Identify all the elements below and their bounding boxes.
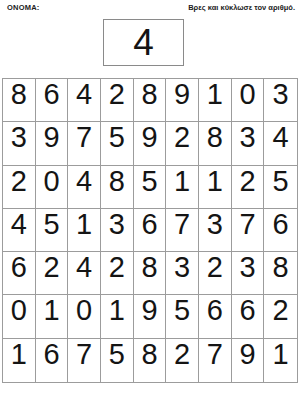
grid-cell-r5c7[interactable]: 2: [199, 252, 232, 295]
number-grid: 8642891033975928342048511254513673766242…: [2, 78, 298, 383]
grid-cell-r5c3[interactable]: 4: [68, 252, 101, 295]
grid-cell-r2c7[interactable]: 8: [199, 122, 232, 165]
grid-cell-r3c1[interactable]: 2: [3, 166, 36, 209]
grid-cell-r4c4[interactable]: 3: [101, 209, 134, 252]
grid-cell-r6c7[interactable]: 6: [199, 295, 232, 338]
grid-cell-r2c4[interactable]: 5: [101, 122, 134, 165]
name-label: ΟΝΟΜΑ:: [7, 3, 39, 12]
grid-cell-r7c2[interactable]: 6: [36, 339, 69, 382]
grid-cell-r2c8[interactable]: 3: [232, 122, 265, 165]
grid-cell-r2c9[interactable]: 4: [264, 122, 297, 165]
grid-cell-r1c1[interactable]: 8: [3, 79, 36, 122]
grid-cell-r4c2[interactable]: 5: [36, 209, 69, 252]
grid-cell-r2c1[interactable]: 3: [3, 122, 36, 165]
grid-cell-r5c2[interactable]: 2: [36, 252, 69, 295]
grid-cell-r7c5[interactable]: 8: [134, 339, 167, 382]
grid-cell-r4c7[interactable]: 3: [199, 209, 232, 252]
grid-cell-r6c8[interactable]: 6: [232, 295, 265, 338]
grid-cell-r1c7[interactable]: 1: [199, 79, 232, 122]
target-number-box: 4: [103, 19, 184, 66]
grid-cell-r2c3[interactable]: 7: [68, 122, 101, 165]
grid-cell-r6c5[interactable]: 9: [134, 295, 167, 338]
grid-cell-r4c6[interactable]: 7: [166, 209, 199, 252]
grid-cell-r1c6[interactable]: 9: [166, 79, 199, 122]
grid-cell-r3c5[interactable]: 5: [134, 166, 167, 209]
grid-cell-r4c5[interactable]: 6: [134, 209, 167, 252]
grid-cell-r4c1[interactable]: 4: [3, 209, 36, 252]
grid-cell-r7c9[interactable]: 1: [264, 339, 297, 382]
grid-cell-r7c7[interactable]: 7: [199, 339, 232, 382]
grid-cell-r6c9[interactable]: 2: [264, 295, 297, 338]
grid-cell-r1c4[interactable]: 2: [101, 79, 134, 122]
grid-cell-r6c1[interactable]: 0: [3, 295, 36, 338]
grid-cell-r3c8[interactable]: 2: [232, 166, 265, 209]
grid-cell-r7c1[interactable]: 1: [3, 339, 36, 382]
grid-cell-r3c2[interactable]: 0: [36, 166, 69, 209]
grid-cell-r4c3[interactable]: 1: [68, 209, 101, 252]
grid-cell-r3c3[interactable]: 4: [68, 166, 101, 209]
grid-cell-r7c8[interactable]: 9: [232, 339, 265, 382]
grid-cell-r6c4[interactable]: 1: [101, 295, 134, 338]
grid-cell-r5c9[interactable]: 8: [264, 252, 297, 295]
grid-cell-r2c6[interactable]: 2: [166, 122, 199, 165]
grid-cell-r5c5[interactable]: 8: [134, 252, 167, 295]
grid-cell-r5c6[interactable]: 3: [166, 252, 199, 295]
grid-cell-r1c5[interactable]: 8: [134, 79, 167, 122]
target-number: 4: [133, 24, 154, 61]
grid-cell-r3c7[interactable]: 1: [199, 166, 232, 209]
grid-cell-r1c8[interactable]: 0: [232, 79, 265, 122]
grid-cell-r3c4[interactable]: 8: [101, 166, 134, 209]
instruction-text: Βρες και κύκλωσε τον αριθμό.: [188, 3, 295, 12]
grid-cell-r1c9[interactable]: 3: [264, 79, 297, 122]
grid-cell-r7c3[interactable]: 7: [68, 339, 101, 382]
grid-cell-r2c5[interactable]: 9: [134, 122, 167, 165]
grid-cell-r3c9[interactable]: 5: [264, 166, 297, 209]
grid-cell-r3c6[interactable]: 1: [166, 166, 199, 209]
grid-cell-r1c3[interactable]: 4: [68, 79, 101, 122]
grid-cell-r5c1[interactable]: 6: [3, 252, 36, 295]
grid-cell-r2c2[interactable]: 9: [36, 122, 69, 165]
grid-cell-r6c3[interactable]: 0: [68, 295, 101, 338]
grid-cell-r7c6[interactable]: 2: [166, 339, 199, 382]
grid-cell-r4c8[interactable]: 7: [232, 209, 265, 252]
grid-cell-r7c4[interactable]: 5: [101, 339, 134, 382]
grid-cell-r5c8[interactable]: 3: [232, 252, 265, 295]
grid-cell-r6c2[interactable]: 1: [36, 295, 69, 338]
grid-cell-r6c6[interactable]: 5: [166, 295, 199, 338]
grid-cell-r5c4[interactable]: 2: [101, 252, 134, 295]
grid-cell-r4c9[interactable]: 6: [264, 209, 297, 252]
grid-cell-r1c2[interactable]: 6: [36, 79, 69, 122]
worksheet-page: ΟΝΟΜΑ: Βρες και κύκλωσε τον αριθμό. 4 86…: [0, 0, 300, 400]
